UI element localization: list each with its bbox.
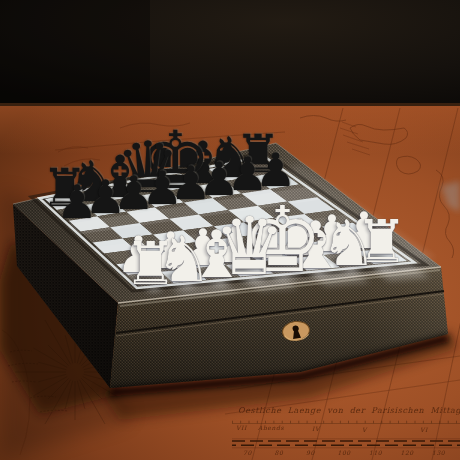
map-label: Oestliche Laenge von der Parisischen Mit… <box>238 406 460 415</box>
scene: Oestliche Laenge von der Parisischen Mit… <box>0 0 460 460</box>
map-label: 80 <box>275 449 284 456</box>
piece-white-rook-a1[interactable]: ♜ <box>124 234 177 293</box>
map-label: 110 <box>369 449 383 456</box>
map-label: 70 <box>243 449 252 456</box>
map-label: 100 <box>338 449 352 456</box>
map-label: IV <box>312 425 321 432</box>
map-label: 90 <box>306 449 315 456</box>
piece-black-pawn-a7[interactable]: ♟ <box>56 178 97 224</box>
map-label: Abends <box>257 424 284 431</box>
map-label: 120 <box>401 449 415 456</box>
wall-shadow <box>0 0 150 108</box>
map-label: VII <box>236 424 248 431</box>
map-label: 130 <box>432 449 446 456</box>
map-label: VI <box>420 426 429 433</box>
